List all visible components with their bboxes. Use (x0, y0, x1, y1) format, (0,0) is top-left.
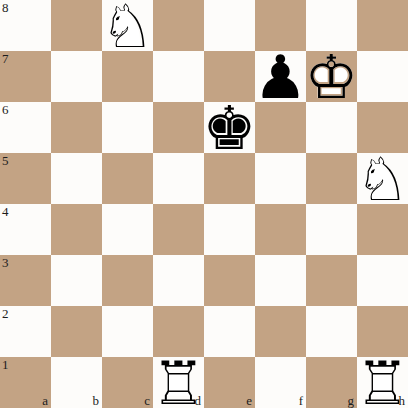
square-e3[interactable] (204, 255, 255, 306)
square-d7[interactable] (153, 51, 204, 102)
square-d3[interactable] (153, 255, 204, 306)
square-c2[interactable] (102, 306, 153, 357)
white-rook-fill-glyph: ♜ (357, 357, 408, 408)
rank-label-1: 1 (2, 358, 9, 372)
square-f1[interactable]: f (255, 357, 306, 408)
square-a7[interactable]: 7 (0, 51, 51, 102)
file-label-b: b (93, 394, 100, 408)
square-f2[interactable] (255, 306, 306, 357)
file-label-f: f (299, 394, 303, 408)
square-d5[interactable] (153, 153, 204, 204)
square-a5[interactable]: 5 (0, 153, 51, 204)
square-c8[interactable]: ♞♘ (102, 0, 153, 51)
square-d8[interactable] (153, 0, 204, 51)
square-b3[interactable] (51, 255, 102, 306)
file-label-c: c (144, 394, 150, 408)
rank-label-3: 3 (2, 256, 9, 270)
piece-white-rook[interactable]: ♜♖ (357, 357, 408, 408)
piece-white-king[interactable]: ♚♔ (306, 51, 357, 102)
file-label-g: g (348, 394, 355, 408)
white-king-fill-glyph: ♚ (306, 51, 357, 102)
rank-label-2: 2 (2, 307, 9, 321)
white-rook-outline-glyph: ♖ (153, 357, 204, 408)
square-f3[interactable] (255, 255, 306, 306)
square-h2[interactable] (357, 306, 408, 357)
square-e8[interactable] (204, 0, 255, 51)
square-b2[interactable] (51, 306, 102, 357)
square-h3[interactable] (357, 255, 408, 306)
white-knight-outline-glyph: ♘ (357, 153, 408, 204)
square-b8[interactable] (51, 0, 102, 51)
square-f8[interactable] (255, 0, 306, 51)
square-a2[interactable]: 2 (0, 306, 51, 357)
square-g6[interactable] (306, 102, 357, 153)
square-b4[interactable] (51, 204, 102, 255)
rank-label-5: 5 (2, 154, 9, 168)
square-e6[interactable]: ♚ (204, 102, 255, 153)
square-g5[interactable] (306, 153, 357, 204)
square-e2[interactable] (204, 306, 255, 357)
rank-label-6: 6 (2, 103, 9, 117)
square-e1[interactable]: e (204, 357, 255, 408)
file-label-a: a (42, 394, 48, 408)
square-a4[interactable]: 4 (0, 204, 51, 255)
square-g1[interactable]: g (306, 357, 357, 408)
square-h7[interactable] (357, 51, 408, 102)
square-a6[interactable]: 6 (0, 102, 51, 153)
square-c7[interactable] (102, 51, 153, 102)
square-h4[interactable] (357, 204, 408, 255)
square-e7[interactable] (204, 51, 255, 102)
square-h5[interactable]: ♞♘ (357, 153, 408, 204)
square-d2[interactable] (153, 306, 204, 357)
square-h1[interactable]: h♜♖ (357, 357, 408, 408)
square-c6[interactable] (102, 102, 153, 153)
square-d6[interactable] (153, 102, 204, 153)
square-g2[interactable] (306, 306, 357, 357)
square-b5[interactable] (51, 153, 102, 204)
square-d4[interactable] (153, 204, 204, 255)
chess-board: 8♞♘7♟♚♔6♚5♞♘4321abcd♜♖efgh♜♖ (0, 0, 408, 408)
square-h6[interactable] (357, 102, 408, 153)
rank-label-7: 7 (2, 52, 9, 66)
square-f6[interactable] (255, 102, 306, 153)
square-e5[interactable] (204, 153, 255, 204)
square-c4[interactable] (102, 204, 153, 255)
square-c3[interactable] (102, 255, 153, 306)
square-g8[interactable] (306, 0, 357, 51)
white-rook-outline-glyph: ♖ (357, 357, 408, 408)
square-b6[interactable] (51, 102, 102, 153)
white-knight-fill-glyph: ♞ (102, 0, 153, 51)
piece-white-rook[interactable]: ♜♖ (153, 357, 204, 408)
square-f4[interactable] (255, 204, 306, 255)
square-b7[interactable] (51, 51, 102, 102)
black-pawn-glyph: ♟ (255, 51, 306, 102)
black-king-glyph: ♚ (204, 102, 255, 153)
square-h8[interactable] (357, 0, 408, 51)
square-b1[interactable]: b (51, 357, 102, 408)
white-king-outline-glyph: ♔ (306, 51, 357, 102)
piece-white-knight[interactable]: ♞♘ (102, 0, 153, 51)
white-knight-outline-glyph: ♘ (102, 0, 153, 51)
square-f5[interactable] (255, 153, 306, 204)
square-a3[interactable]: 3 (0, 255, 51, 306)
square-c5[interactable] (102, 153, 153, 204)
rank-label-8: 8 (2, 1, 9, 15)
square-g7[interactable]: ♚♔ (306, 51, 357, 102)
square-g3[interactable] (306, 255, 357, 306)
square-g4[interactable] (306, 204, 357, 255)
square-d1[interactable]: d♜♖ (153, 357, 204, 408)
square-a8[interactable]: 8 (0, 0, 51, 51)
white-knight-fill-glyph: ♞ (357, 153, 408, 204)
rank-label-4: 4 (2, 205, 9, 219)
file-label-e: e (246, 394, 252, 408)
square-f7[interactable]: ♟ (255, 51, 306, 102)
white-rook-fill-glyph: ♜ (153, 357, 204, 408)
square-e4[interactable] (204, 204, 255, 255)
square-c1[interactable]: c (102, 357, 153, 408)
piece-white-knight[interactable]: ♞♘ (357, 153, 408, 204)
piece-black-pawn[interactable]: ♟ (255, 51, 306, 102)
piece-black-king[interactable]: ♚ (204, 102, 255, 153)
square-a1[interactable]: 1a (0, 357, 51, 408)
